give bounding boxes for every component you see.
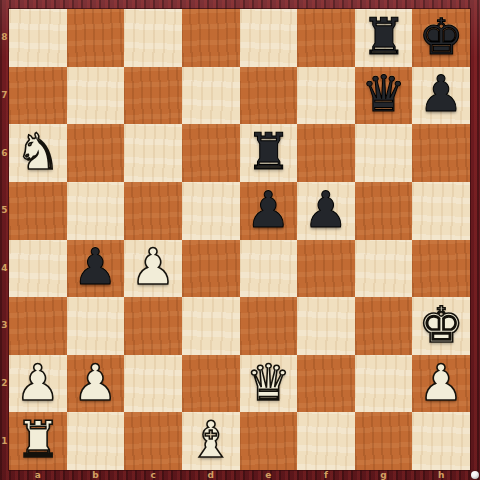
file-label-f: f <box>297 470 355 480</box>
square-a3[interactable] <box>9 297 67 355</box>
square-h1[interactable] <box>412 412 470 470</box>
rank-label-5: 5 <box>0 182 9 240</box>
square-d7[interactable] <box>182 67 240 125</box>
square-g4[interactable] <box>355 240 413 298</box>
square-d4[interactable] <box>182 240 240 298</box>
square-d1[interactable]: ♝ <box>182 412 240 470</box>
square-h8[interactable]: ♚ <box>412 9 470 67</box>
square-g1[interactable] <box>355 412 413 470</box>
square-g6[interactable] <box>355 124 413 182</box>
square-d6[interactable] <box>182 124 240 182</box>
rank-labels: 87654321 <box>0 9 9 470</box>
square-b1[interactable] <box>67 412 125 470</box>
square-a8[interactable] <box>9 9 67 67</box>
file-labels: abcdefgh <box>9 470 470 480</box>
square-h5[interactable] <box>412 182 470 240</box>
square-c5[interactable] <box>124 182 182 240</box>
piece-black-rook-g8[interactable]: ♜ <box>361 12 406 62</box>
square-g8[interactable]: ♜ <box>355 9 413 67</box>
square-e8[interactable] <box>240 9 298 67</box>
file-label-h: h <box>412 470 470 480</box>
square-d5[interactable] <box>182 182 240 240</box>
file-label-g: g <box>355 470 413 480</box>
chess-board-frame: ♜♚♛♟♞♜♟♟♟♟♚♟♟♛♟♜♝ 87654321 abcdefgh <box>0 0 480 480</box>
file-label-d: d <box>182 470 240 480</box>
rank-label-2: 2 <box>0 355 9 413</box>
piece-white-queen-e2[interactable]: ♛ <box>246 358 291 408</box>
square-e7[interactable] <box>240 67 298 125</box>
square-e2[interactable]: ♛ <box>240 355 298 413</box>
piece-black-pawn-b4[interactable]: ♟ <box>73 242 118 292</box>
square-c4[interactable]: ♟ <box>124 240 182 298</box>
square-b5[interactable] <box>67 182 125 240</box>
square-c3[interactable] <box>124 297 182 355</box>
piece-black-rook-e6[interactable]: ♜ <box>246 127 291 177</box>
square-b8[interactable] <box>67 9 125 67</box>
piece-black-pawn-h7[interactable]: ♟ <box>419 69 464 119</box>
piece-black-pawn-f5[interactable]: ♟ <box>304 185 349 235</box>
square-c1[interactable] <box>124 412 182 470</box>
square-f8[interactable] <box>297 9 355 67</box>
square-a1[interactable]: ♜ <box>9 412 67 470</box>
square-e3[interactable] <box>240 297 298 355</box>
square-f5[interactable]: ♟ <box>297 182 355 240</box>
piece-black-pawn-e5[interactable]: ♟ <box>246 185 291 235</box>
square-h2[interactable]: ♟ <box>412 355 470 413</box>
file-label-b: b <box>67 470 125 480</box>
rank-label-3: 3 <box>0 297 9 355</box>
square-g3[interactable] <box>355 297 413 355</box>
square-g5[interactable] <box>355 182 413 240</box>
square-a5[interactable] <box>9 182 67 240</box>
side-to-move-indicator <box>471 471 479 479</box>
file-label-a: a <box>9 470 67 480</box>
piece-white-pawn-h2[interactable]: ♟ <box>419 358 464 408</box>
rank-label-4: 4 <box>0 240 9 298</box>
square-h4[interactable] <box>412 240 470 298</box>
square-f7[interactable] <box>297 67 355 125</box>
square-g2[interactable] <box>355 355 413 413</box>
piece-white-pawn-a2[interactable]: ♟ <box>15 358 60 408</box>
square-a7[interactable] <box>9 67 67 125</box>
piece-black-king-h8[interactable]: ♚ <box>419 12 464 62</box>
square-g7[interactable]: ♛ <box>355 67 413 125</box>
square-c7[interactable] <box>124 67 182 125</box>
square-h6[interactable] <box>412 124 470 182</box>
piece-white-bishop-d1[interactable]: ♝ <box>188 415 233 465</box>
file-label-e: e <box>240 470 298 480</box>
file-label-c: c <box>124 470 182 480</box>
piece-white-knight-a6[interactable]: ♞ <box>15 127 60 177</box>
square-a4[interactable] <box>9 240 67 298</box>
square-b2[interactable]: ♟ <box>67 355 125 413</box>
square-d8[interactable] <box>182 9 240 67</box>
rank-label-8: 8 <box>0 9 9 67</box>
square-b4[interactable]: ♟ <box>67 240 125 298</box>
piece-black-queen-g7[interactable]: ♛ <box>361 69 406 119</box>
square-e4[interactable] <box>240 240 298 298</box>
piece-white-rook-a1[interactable]: ♜ <box>15 415 60 465</box>
rank-label-7: 7 <box>0 67 9 125</box>
square-c6[interactable] <box>124 124 182 182</box>
square-e5[interactable]: ♟ <box>240 182 298 240</box>
square-f3[interactable] <box>297 297 355 355</box>
square-b3[interactable] <box>67 297 125 355</box>
square-d3[interactable] <box>182 297 240 355</box>
piece-white-king-h3[interactable]: ♚ <box>419 300 464 350</box>
square-a2[interactable]: ♟ <box>9 355 67 413</box>
square-b7[interactable] <box>67 67 125 125</box>
piece-white-pawn-c4[interactable]: ♟ <box>131 242 176 292</box>
square-b6[interactable] <box>67 124 125 182</box>
rank-label-1: 1 <box>0 412 9 470</box>
square-e6[interactable]: ♜ <box>240 124 298 182</box>
square-f1[interactable] <box>297 412 355 470</box>
square-c8[interactable] <box>124 9 182 67</box>
square-f4[interactable] <box>297 240 355 298</box>
square-a6[interactable]: ♞ <box>9 124 67 182</box>
chess-board: ♜♚♛♟♞♜♟♟♟♟♚♟♟♛♟♜♝ <box>9 9 470 470</box>
rank-label-6: 6 <box>0 124 9 182</box>
square-h7[interactable]: ♟ <box>412 67 470 125</box>
square-e1[interactable] <box>240 412 298 470</box>
square-c2[interactable] <box>124 355 182 413</box>
square-f2[interactable] <box>297 355 355 413</box>
square-h3[interactable]: ♚ <box>412 297 470 355</box>
square-f6[interactable] <box>297 124 355 182</box>
square-d2[interactable] <box>182 355 240 413</box>
piece-white-pawn-b2[interactable]: ♟ <box>73 358 118 408</box>
